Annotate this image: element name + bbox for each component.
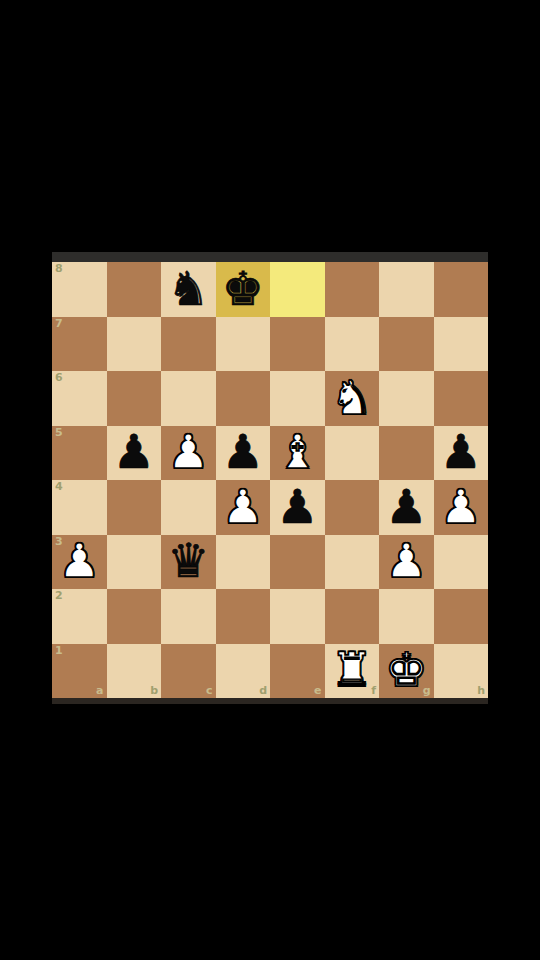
piece-white-king-g1[interactable]: ♚ xyxy=(385,646,427,693)
square-g4[interactable]: ♟ xyxy=(379,480,434,535)
square-e2[interactable] xyxy=(270,589,325,644)
square-g8[interactable] xyxy=(379,262,434,317)
square-a3[interactable]: 3♟ xyxy=(52,535,107,590)
square-e6[interactable] xyxy=(270,371,325,426)
square-d3[interactable] xyxy=(216,535,271,590)
rank-label-7: 7 xyxy=(55,318,63,330)
file-label-c: c xyxy=(206,685,213,697)
square-b1[interactable]: b xyxy=(107,644,162,699)
square-d8[interactable]: ♚ xyxy=(216,262,271,317)
square-e8[interactable] xyxy=(270,262,325,317)
square-f8[interactable] xyxy=(325,262,380,317)
rank-label-6: 6 xyxy=(55,372,63,384)
square-h7[interactable] xyxy=(434,317,489,372)
square-b7[interactable] xyxy=(107,317,162,372)
square-h3[interactable] xyxy=(434,535,489,590)
square-g5[interactable] xyxy=(379,426,434,481)
square-a7[interactable]: 7 xyxy=(52,317,107,372)
square-f4[interactable] xyxy=(325,480,380,535)
square-d2[interactable] xyxy=(216,589,271,644)
piece-white-pawn-c5[interactable]: ♟ xyxy=(167,428,209,475)
square-h6[interactable] xyxy=(434,371,489,426)
piece-white-rook-f1[interactable]: ♜ xyxy=(331,646,373,693)
file-label-a: a xyxy=(96,685,103,697)
square-a4[interactable]: 4 xyxy=(52,480,107,535)
square-d4[interactable]: ♟ xyxy=(216,480,271,535)
square-b3[interactable] xyxy=(107,535,162,590)
square-d7[interactable] xyxy=(216,317,271,372)
square-f7[interactable] xyxy=(325,317,380,372)
piece-white-pawn-d4[interactable]: ♟ xyxy=(222,483,264,530)
piece-white-bishop-e5[interactable]: ♝ xyxy=(276,428,318,475)
rank-label-4: 4 xyxy=(55,481,63,493)
board-top-edge xyxy=(52,252,488,262)
rank-label-2: 2 xyxy=(55,590,63,602)
piece-black-pawn-b5[interactable]: ♟ xyxy=(113,428,155,475)
square-g3[interactable]: ♟ xyxy=(379,535,434,590)
square-b6[interactable] xyxy=(107,371,162,426)
square-b2[interactable] xyxy=(107,589,162,644)
square-d5[interactable]: ♟ xyxy=(216,426,271,481)
piece-white-pawn-a3[interactable]: ♟ xyxy=(58,537,100,584)
piece-white-pawn-g3[interactable]: ♟ xyxy=(385,537,427,584)
square-a8[interactable]: 8 xyxy=(52,262,107,317)
square-b8[interactable] xyxy=(107,262,162,317)
square-h5[interactable]: ♟ xyxy=(434,426,489,481)
piece-white-knight-f6[interactable]: ♞ xyxy=(331,374,373,421)
square-g7[interactable] xyxy=(379,317,434,372)
square-f6[interactable]: ♞ xyxy=(325,371,380,426)
board-bottom-edge xyxy=(52,698,488,704)
square-c3[interactable]: ♛ xyxy=(161,535,216,590)
square-g2[interactable] xyxy=(379,589,434,644)
square-c2[interactable] xyxy=(161,589,216,644)
square-f1[interactable]: f♜ xyxy=(325,644,380,699)
rank-label-5: 5 xyxy=(55,427,63,439)
square-d6[interactable] xyxy=(216,371,271,426)
file-label-e: e xyxy=(314,685,321,697)
square-a2[interactable]: 2 xyxy=(52,589,107,644)
file-label-d: d xyxy=(259,685,267,697)
square-f3[interactable] xyxy=(325,535,380,590)
square-e7[interactable] xyxy=(270,317,325,372)
square-g6[interactable] xyxy=(379,371,434,426)
piece-black-pawn-g4[interactable]: ♟ xyxy=(385,483,427,530)
square-c6[interactable] xyxy=(161,371,216,426)
square-e5[interactable]: ♝ xyxy=(270,426,325,481)
square-b5[interactable]: ♟ xyxy=(107,426,162,481)
square-d1[interactable]: d xyxy=(216,644,271,699)
square-c1[interactable]: c xyxy=(161,644,216,699)
square-a6[interactable]: 6 xyxy=(52,371,107,426)
square-a1[interactable]: 1a xyxy=(52,644,107,699)
square-f2[interactable] xyxy=(325,589,380,644)
square-h8[interactable] xyxy=(434,262,489,317)
square-b4[interactable] xyxy=(107,480,162,535)
square-h4[interactable]: ♟ xyxy=(434,480,489,535)
square-c5[interactable]: ♟ xyxy=(161,426,216,481)
rank-label-8: 8 xyxy=(55,263,63,275)
square-h2[interactable] xyxy=(434,589,489,644)
square-c7[interactable] xyxy=(161,317,216,372)
file-label-b: b xyxy=(150,685,158,697)
piece-black-pawn-d5[interactable]: ♟ xyxy=(222,428,264,475)
piece-black-king-d8[interactable]: ♚ xyxy=(222,265,264,312)
chess-board: 8♞♚76♞5♟♟♟♝♟4♟♟♟♟3♟♛♟21abcdef♜g♚h xyxy=(52,262,488,698)
piece-black-pawn-h5[interactable]: ♟ xyxy=(440,428,482,475)
square-c8[interactable]: ♞ xyxy=(161,262,216,317)
square-c4[interactable] xyxy=(161,480,216,535)
square-e4[interactable]: ♟ xyxy=(270,480,325,535)
piece-black-pawn-e4[interactable]: ♟ xyxy=(276,483,318,530)
square-a5[interactable]: 5 xyxy=(52,426,107,481)
square-e3[interactable] xyxy=(270,535,325,590)
square-h1[interactable]: h xyxy=(434,644,489,699)
piece-white-pawn-h4[interactable]: ♟ xyxy=(440,483,482,530)
file-label-h: h xyxy=(477,685,485,697)
piece-black-knight-c8[interactable]: ♞ xyxy=(167,265,209,312)
app-background: 8♞♚76♞5♟♟♟♝♟4♟♟♟♟3♟♛♟21abcdef♜g♚h xyxy=(0,0,540,960)
rank-label-1: 1 xyxy=(55,645,63,657)
square-g1[interactable]: g♚ xyxy=(379,644,434,699)
piece-black-queen-c3[interactable]: ♛ xyxy=(167,537,209,584)
square-e1[interactable]: e xyxy=(270,644,325,699)
square-f5[interactable] xyxy=(325,426,380,481)
